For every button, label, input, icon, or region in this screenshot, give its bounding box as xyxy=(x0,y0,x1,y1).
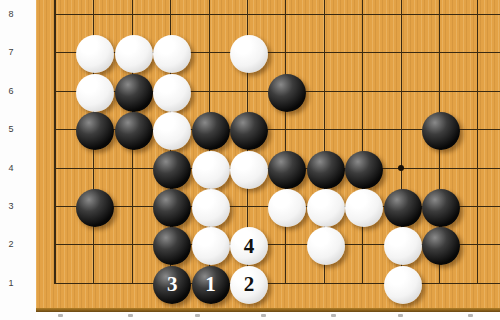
stone-white-K1 xyxy=(384,266,422,304)
move-number-label: 2 xyxy=(244,274,255,295)
stone-black-B3 xyxy=(76,189,114,227)
column-label-fragment xyxy=(331,314,336,317)
move-number-label: 1 xyxy=(205,274,216,295)
row-label-3: 3 xyxy=(0,201,22,211)
stone-white-H3 xyxy=(307,189,345,227)
stone-white-G3 xyxy=(268,189,306,227)
stone-black-J4 xyxy=(345,151,383,189)
stone-white-H2 xyxy=(307,227,345,265)
stone-white-K2 xyxy=(384,227,422,265)
stone-black-G6 xyxy=(268,74,306,112)
board-bottom-edge xyxy=(36,308,500,312)
stone-white-B7 xyxy=(76,35,114,73)
stone-white-C7 xyxy=(115,35,153,73)
row-label-7: 7 xyxy=(0,47,22,57)
star-point-K4 xyxy=(398,165,404,171)
grid-v-line-M xyxy=(477,0,478,284)
stone-black-D1-move-3: 3 xyxy=(153,266,191,304)
stone-white-B6 xyxy=(76,74,114,112)
stone-black-F5 xyxy=(230,112,268,150)
stone-white-E3 xyxy=(192,189,230,227)
grid-h-line-row-8 xyxy=(55,14,500,15)
stone-white-F1-move-2: 2 xyxy=(230,266,268,304)
bottom-margin xyxy=(0,312,500,320)
stone-black-E1-move-1: 1 xyxy=(192,266,230,304)
go-diagram: 4312 87654321 xyxy=(0,0,500,320)
stone-white-E4 xyxy=(192,151,230,189)
stone-white-F2-move-4: 4 xyxy=(230,227,268,265)
move-number-label: 4 xyxy=(244,236,255,257)
column-label-fragment xyxy=(468,314,473,317)
stone-black-L5 xyxy=(422,112,460,150)
row-label-5: 5 xyxy=(0,124,22,134)
grid-v-line-A xyxy=(54,0,56,284)
column-label-fragment xyxy=(58,314,63,317)
stone-black-H4 xyxy=(307,151,345,189)
stone-black-C6 xyxy=(115,74,153,112)
stone-black-L3 xyxy=(422,189,460,227)
grid-v-line-G xyxy=(285,0,286,284)
stone-black-D4 xyxy=(153,151,191,189)
stone-black-C5 xyxy=(115,112,153,150)
stone-black-D3 xyxy=(153,189,191,227)
stone-black-G4 xyxy=(268,151,306,189)
row-label-6: 6 xyxy=(0,86,22,96)
row-label-4: 4 xyxy=(0,163,22,173)
column-label-fragment xyxy=(398,314,403,317)
stone-white-E2 xyxy=(192,227,230,265)
stone-white-D5 xyxy=(153,112,191,150)
go-board[interactable]: 4312 xyxy=(36,0,500,308)
row-label-1: 1 xyxy=(0,278,22,288)
column-label-fragment xyxy=(195,314,200,317)
column-label-fragment xyxy=(128,314,133,317)
stone-black-L2 xyxy=(422,227,460,265)
stone-black-D2 xyxy=(153,227,191,265)
grid-h-line-row-1 xyxy=(55,283,500,284)
stone-black-E5 xyxy=(192,112,230,150)
column-label-fragment xyxy=(261,314,266,317)
stone-white-D6 xyxy=(153,74,191,112)
stone-white-J3 xyxy=(345,189,383,227)
grid-v-line-J xyxy=(362,0,363,284)
stone-white-D7 xyxy=(153,35,191,73)
stone-white-F7 xyxy=(230,35,268,73)
row-label-8: 8 xyxy=(0,9,22,19)
stone-white-F4 xyxy=(230,151,268,189)
row-coordinate-margin: 87654321 xyxy=(0,0,36,320)
stone-black-B5 xyxy=(76,112,114,150)
stone-black-K3 xyxy=(384,189,422,227)
row-label-2: 2 xyxy=(0,239,22,249)
move-number-label: 3 xyxy=(167,274,178,295)
